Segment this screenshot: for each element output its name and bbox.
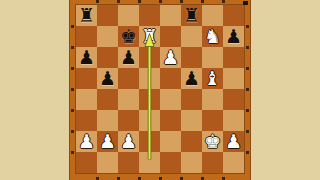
square-d3[interactable] [139, 110, 160, 131]
square-e8[interactable] [160, 5, 181, 26]
square-e5[interactable] [160, 68, 181, 89]
square-e6[interactable]: ♟ [160, 47, 181, 68]
square-g1[interactable] [202, 152, 223, 173]
square-a6[interactable]: ♟ [76, 47, 97, 68]
tick-mark [138, 0, 141, 3]
square-b8[interactable] [97, 5, 118, 26]
corner-mark [243, 1, 248, 5]
tick-mark [201, 0, 204, 3]
tick-mark [180, 177, 183, 180]
chess-board[interactable]: ♜♜♚♜♞♟♟♟♟♟♟♝♟♟♟♚♟ [76, 5, 244, 173]
square-h8[interactable] [223, 5, 244, 26]
square-b2[interactable]: ♟ [97, 131, 118, 152]
tick-mark [138, 177, 141, 180]
square-g4[interactable] [202, 89, 223, 110]
square-f1[interactable] [181, 152, 202, 173]
square-a2[interactable]: ♟ [76, 131, 97, 152]
square-a8[interactable]: ♜ [76, 5, 97, 26]
square-h6[interactable] [223, 47, 244, 68]
square-e7[interactable] [160, 26, 181, 47]
square-h5[interactable] [223, 68, 244, 89]
square-b3[interactable] [97, 110, 118, 131]
tick-mark [71, 151, 74, 154]
square-b1[interactable] [97, 152, 118, 173]
square-a7[interactable] [76, 26, 97, 47]
tick-mark [222, 0, 225, 3]
piece-black-pawn-b5[interactable]: ♟ [97, 68, 118, 89]
square-a3[interactable] [76, 110, 97, 131]
square-b6[interactable] [97, 47, 118, 68]
tick-mark [246, 151, 249, 154]
piece-white-knight-g7[interactable]: ♞ [202, 26, 223, 47]
piece-white-bishop-g5[interactable]: ♝ [202, 68, 223, 89]
square-e4[interactable] [160, 89, 181, 110]
tick-mark [71, 25, 74, 28]
square-f3[interactable] [181, 110, 202, 131]
square-c8[interactable] [118, 5, 139, 26]
square-f7[interactable] [181, 26, 202, 47]
piece-white-pawn-c2[interactable]: ♟ [118, 131, 139, 152]
square-d6[interactable] [139, 47, 160, 68]
square-h2[interactable]: ♟ [223, 131, 244, 152]
tick-mark [71, 88, 74, 91]
square-g5[interactable]: ♝ [202, 68, 223, 89]
square-c3[interactable] [118, 110, 139, 131]
square-b5[interactable]: ♟ [97, 68, 118, 89]
square-e2[interactable] [160, 131, 181, 152]
piece-black-pawn-h7[interactable]: ♟ [223, 26, 244, 47]
tick-mark [71, 109, 74, 112]
square-c2[interactable]: ♟ [118, 131, 139, 152]
square-c1[interactable] [118, 152, 139, 173]
square-g3[interactable] [202, 110, 223, 131]
square-b4[interactable] [97, 89, 118, 110]
square-f6[interactable] [181, 47, 202, 68]
piece-black-king-c7[interactable]: ♚ [118, 26, 139, 47]
square-f8[interactable]: ♜ [181, 5, 202, 26]
piece-black-rook-a8[interactable]: ♜ [76, 5, 97, 26]
square-a4[interactable] [76, 89, 97, 110]
square-g7[interactable]: ♞ [202, 26, 223, 47]
tick-mark [222, 177, 225, 180]
tick-mark [117, 177, 120, 180]
piece-black-rook-f8[interactable]: ♜ [181, 5, 202, 26]
square-f4[interactable] [181, 89, 202, 110]
square-h7[interactable]: ♟ [223, 26, 244, 47]
tick-mark [180, 0, 183, 3]
tick-mark [117, 0, 120, 3]
tick-mark [246, 130, 249, 133]
tick-mark [201, 177, 204, 180]
square-f5[interactable]: ♟ [181, 68, 202, 89]
square-h1[interactable] [223, 152, 244, 173]
square-e3[interactable] [160, 110, 181, 131]
square-d8[interactable] [139, 5, 160, 26]
tick-mark [71, 67, 74, 70]
piece-white-rook-d7[interactable]: ♜ [139, 26, 160, 47]
square-c4[interactable] [118, 89, 139, 110]
piece-black-pawn-a6[interactable]: ♟ [76, 47, 97, 68]
piece-white-pawn-e6[interactable]: ♟ [160, 47, 181, 68]
square-g8[interactable] [202, 5, 223, 26]
tick-mark [246, 109, 249, 112]
tick-mark [71, 130, 74, 133]
piece-black-pawn-c6[interactable]: ♟ [118, 47, 139, 68]
piece-white-king-g2[interactable]: ♚ [202, 131, 223, 152]
square-h3[interactable] [223, 110, 244, 131]
square-a5[interactable] [76, 68, 97, 89]
square-c6[interactable]: ♟ [118, 47, 139, 68]
square-a1[interactable] [76, 152, 97, 173]
tick-mark [71, 46, 74, 49]
piece-white-pawn-b2[interactable]: ♟ [97, 131, 118, 152]
square-d5[interactable] [139, 68, 160, 89]
square-e1[interactable] [160, 152, 181, 173]
square-c5[interactable] [118, 68, 139, 89]
page-background: ♜♜♚♜♞♟♟♟♟♟♟♝♟♟♟♚♟ [0, 0, 320, 180]
tick-mark [246, 67, 249, 70]
tick-mark [96, 177, 99, 180]
square-f2[interactable] [181, 131, 202, 152]
square-d4[interactable] [139, 89, 160, 110]
chess-board-frame: ♜♜♚♜♞♟♟♟♟♟♟♝♟♟♟♚♟ [69, 0, 251, 180]
square-b7[interactable] [97, 26, 118, 47]
tick-mark [159, 177, 162, 180]
square-d1[interactable] [139, 152, 160, 173]
square-d7[interactable]: ♜ [139, 26, 160, 47]
tick-mark [246, 25, 249, 28]
tick-mark [246, 46, 249, 49]
tick-mark [159, 0, 162, 3]
piece-white-pawn-a2[interactable]: ♟ [76, 131, 97, 152]
tick-mark [246, 88, 249, 91]
square-d2[interactable] [139, 131, 160, 152]
square-c7[interactable]: ♚ [118, 26, 139, 47]
tick-mark [96, 0, 99, 3]
piece-black-pawn-f5[interactable]: ♟ [181, 68, 202, 89]
square-h4[interactable] [223, 89, 244, 110]
square-g6[interactable] [202, 47, 223, 68]
piece-white-pawn-h2[interactable]: ♟ [223, 131, 244, 152]
square-g2[interactable]: ♚ [202, 131, 223, 152]
